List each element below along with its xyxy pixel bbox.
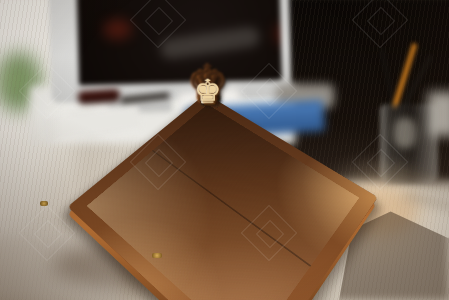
photo-canvas: ♜♞♝♛♚♝♞♜♟♟♟♟♟♟♟♟♟♟♟♟♟♟♟♟♜♞♝♛♚♝♞♜ xyxy=(0,0,449,300)
piece-white-king-e1: ♚ xyxy=(195,75,222,105)
chess-board: ♜♞♝♛♚♝♞♜♟♟♟♟♟♟♟♟♟♟♟♟♟♟♟♟♜♞♝♛♚♝♞♜ xyxy=(68,94,378,300)
brass-hinge xyxy=(40,201,48,206)
brass-clasp xyxy=(152,253,162,258)
board-scene: ♜♞♝♛♚♝♞♜♟♟♟♟♟♟♟♟♟♟♟♟♟♟♟♟♜♞♝♛♚♝♞♜ xyxy=(0,0,449,300)
